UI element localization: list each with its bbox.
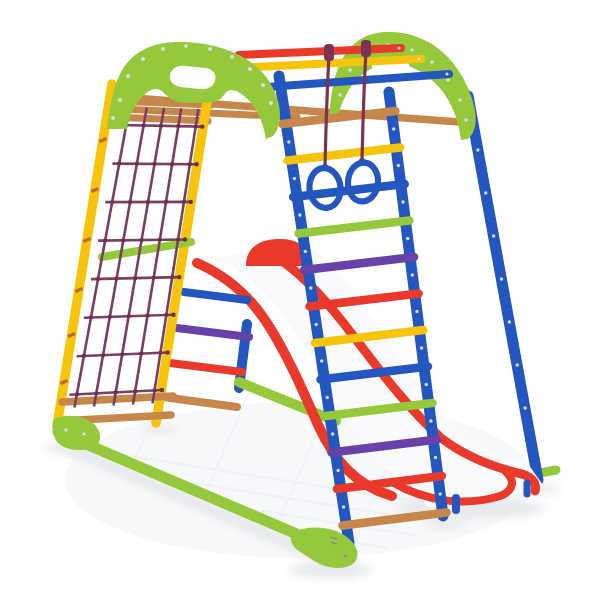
net-knot (145, 314, 149, 318)
front-arch-handle-cutout (170, 66, 216, 89)
arch-bolt (118, 98, 122, 102)
play-gym-illustration (0, 0, 600, 600)
gap-rung-purple (177, 328, 249, 337)
rail-bolt (325, 396, 328, 399)
arch-bolt (141, 57, 145, 61)
net-knot (94, 391, 98, 395)
net-knot (176, 124, 180, 128)
arch-bolt (458, 98, 462, 102)
post-bolt (476, 148, 479, 151)
net-knot (189, 200, 193, 204)
arch-bolt (446, 78, 450, 82)
post-bolt (500, 277, 503, 280)
arch-bolt (410, 48, 414, 52)
net-knot (127, 314, 131, 318)
net-knot (101, 353, 105, 357)
net-knot (120, 352, 124, 356)
net-knot (133, 276, 137, 280)
net-knot (142, 123, 146, 127)
rail-bolt (287, 140, 290, 143)
rope-knot-right (361, 40, 371, 57)
net-knot (158, 238, 162, 242)
net-knot (121, 238, 125, 242)
rail-bolt (411, 273, 414, 276)
arch-bolt (126, 74, 130, 78)
rail-bolt (420, 346, 423, 349)
net-knot (171, 313, 175, 317)
arch-bolt (348, 68, 352, 72)
net-knot (152, 162, 156, 166)
net-knot (164, 313, 168, 317)
net-knot (89, 315, 93, 319)
gap-rung-red (170, 363, 242, 372)
arch-bolt (161, 47, 165, 51)
rope-knot-left (324, 44, 334, 61)
net-knot (158, 351, 162, 355)
arch-bolt (269, 101, 273, 105)
net-ladder-right-rail (156, 90, 209, 423)
logo-dot (343, 554, 346, 557)
front-ladder-rung-yellow (288, 148, 400, 161)
net-knot (139, 238, 143, 242)
net-knot (139, 351, 143, 355)
net-knot (164, 200, 168, 204)
post-bolt (484, 191, 487, 194)
arch-bolt (261, 83, 265, 87)
net-knot (108, 315, 112, 319)
back-post (468, 96, 538, 480)
rail-bolt (336, 469, 339, 472)
net-knot (152, 276, 156, 280)
rail-bolt (293, 177, 296, 180)
rail-bolt (298, 213, 301, 216)
rail-bolt (309, 286, 312, 289)
net-knot (117, 162, 121, 166)
rail-bolt (415, 310, 418, 313)
net-knot (133, 389, 137, 393)
rail-bolt (304, 250, 307, 253)
monkey-bar-bolt (397, 46, 400, 49)
monkey-bar-bolt (417, 57, 420, 60)
net-knot (114, 390, 118, 394)
net-knot (114, 276, 118, 280)
rail-bolt (392, 127, 395, 130)
net-knot (159, 124, 163, 128)
rail-bolt (315, 323, 318, 326)
net-knot (194, 162, 198, 166)
net-knot (152, 388, 156, 392)
net-knot (75, 392, 79, 396)
arch-bolt (338, 93, 342, 97)
post-bolt (508, 320, 511, 323)
gym-ring-right (346, 161, 379, 202)
front-ladder-rung-green (299, 221, 410, 234)
arch-bolt (248, 67, 252, 71)
rail-bolt (331, 432, 334, 435)
net-ladder (57, 84, 211, 426)
net-knot (194, 124, 198, 128)
net-knot (135, 162, 139, 166)
net-knot (146, 200, 150, 204)
arch-bolt (230, 55, 234, 59)
monkey-bar-bolt (445, 72, 448, 75)
rail-bolt (425, 383, 428, 386)
net-knot (188, 162, 192, 166)
arch-bolt (464, 118, 468, 122)
rail-bolt (434, 456, 437, 459)
post-bolt (492, 234, 495, 237)
net-knot (170, 275, 174, 279)
net-knot (183, 237, 187, 241)
net-knot (182, 200, 186, 204)
net-knot (177, 275, 181, 279)
net-knot (176, 238, 180, 242)
arch-bolt (184, 44, 188, 48)
rail-bolt (397, 164, 400, 167)
net-knot (166, 350, 170, 354)
rail-foot-shadow (142, 426, 178, 435)
product-photo (0, 0, 600, 600)
rail-bolt (438, 492, 441, 495)
post-bolt (516, 363, 519, 366)
net-knot (200, 124, 204, 128)
net-knot (160, 388, 164, 392)
arch-bolt (430, 60, 434, 64)
net-knot (110, 200, 114, 204)
rail-bolt (342, 505, 345, 508)
rail-bolt (320, 359, 323, 362)
net-knot (103, 238, 107, 242)
rail-bolt (401, 200, 404, 203)
post-bolt (523, 406, 526, 409)
net-cord-vertical (153, 109, 199, 404)
arch-bolt (208, 47, 212, 51)
net-knot (96, 277, 100, 281)
rail-bolt (406, 237, 409, 240)
net-knot (170, 162, 174, 166)
net-knot (82, 354, 86, 358)
net-knot (128, 200, 132, 204)
rail-bolt (429, 419, 432, 422)
arch-bolt (111, 116, 115, 120)
